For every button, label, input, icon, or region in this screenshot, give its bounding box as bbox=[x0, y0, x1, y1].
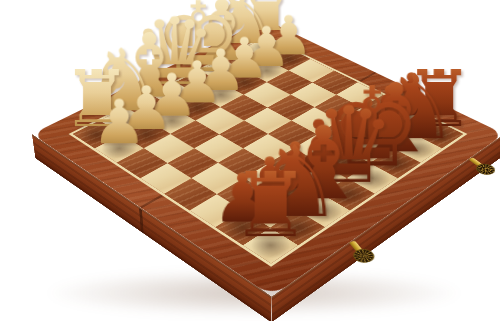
scene: ♜♟♟♜♞♟♟♞♝♟♟♝♚♟♟♚♛♟♟♛♝♟♟♝♞♟♟♞♜♟♟♜ bbox=[0, 0, 500, 321]
board-inlay-border: ♜♟♟♜♞♟♟♞♝♟♟♝♚♟♟♚♛♟♟♛♝♟♟♝♞♟♟♞♜♟♟♜ bbox=[69, 35, 468, 267]
black-rook-glyph: ♜ bbox=[231, 160, 311, 249]
square-a8: ♜ bbox=[243, 227, 299, 263]
fold-seam-near bbox=[139, 194, 164, 209]
chess-set-photo: ♜♟♟♜♞♟♟♞♝♟♟♝♚♟♟♚♛♟♟♛♝♟♟♝♞♟♟♞♜♟♟♜ bbox=[0, 0, 500, 321]
white-pawn-glyph: ♟ bbox=[92, 91, 147, 152]
square-a2: ♟ bbox=[94, 134, 144, 163]
chess-board: ♜♟♟♜♞♟♟♞♝♟♟♝♚♟♟♚♛♟♟♛♝♟♟♝♞♟♟♞♜♟♟♜ bbox=[32, 20, 500, 297]
board-squares: ♜♟♟♜♞♟♟♞♝♟♟♝♚♟♟♚♛♟♟♛♝♟♟♝♞♟♟♞♜♟♟♜ bbox=[73, 37, 463, 263]
fold-seam-edge bbox=[139, 208, 144, 234]
